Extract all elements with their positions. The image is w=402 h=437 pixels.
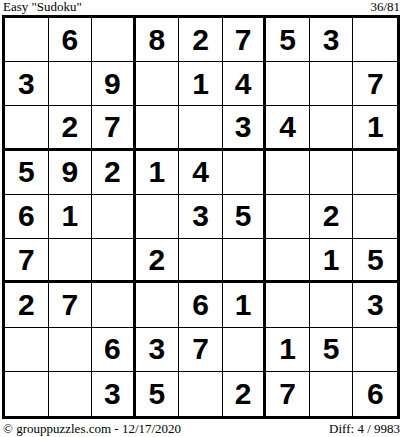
cell-r5c7 bbox=[266, 195, 310, 239]
cell-r4c7 bbox=[266, 151, 310, 195]
cell-r3c5 bbox=[179, 106, 223, 150]
cell-r6c1: 7 bbox=[5, 239, 49, 283]
cell-r9c6: 2 bbox=[223, 372, 267, 416]
cell-r2c8 bbox=[310, 62, 354, 106]
cell-r4c1: 5 bbox=[5, 151, 49, 195]
copyright-text: © grouppuzzles.com - 12/17/2020 bbox=[3, 421, 181, 436]
cell-r3c9: 1 bbox=[353, 106, 397, 150]
difficulty-text: Diff: 4 / 9983 bbox=[329, 421, 400, 436]
cell-r7c3 bbox=[92, 283, 136, 327]
cell-r8c8: 5 bbox=[310, 328, 354, 372]
sudoku-page: Easy "Sudoku" 36/81 68275339147273415921… bbox=[0, 0, 402, 437]
cell-r3c6: 3 bbox=[223, 106, 267, 150]
cell-r6c5 bbox=[179, 239, 223, 283]
cell-r1c5: 2 bbox=[179, 18, 223, 62]
cell-r1c6: 7 bbox=[223, 18, 267, 62]
cell-r6c6 bbox=[223, 239, 267, 283]
cell-r9c5 bbox=[179, 372, 223, 416]
given-counter: 36/81 bbox=[370, 0, 400, 14]
cell-r2c6: 4 bbox=[223, 62, 267, 106]
cell-r5c6: 5 bbox=[223, 195, 267, 239]
cell-r7c6: 1 bbox=[223, 283, 267, 327]
cell-r4c9 bbox=[353, 151, 397, 195]
cell-r6c9: 5 bbox=[353, 239, 397, 283]
cell-r7c8 bbox=[310, 283, 354, 327]
cell-r5c9 bbox=[353, 195, 397, 239]
cell-r7c1: 2 bbox=[5, 283, 49, 327]
header: Easy "Sudoku" 36/81 bbox=[3, 0, 400, 14]
cell-r1c8: 3 bbox=[310, 18, 354, 62]
cell-r2c9: 7 bbox=[353, 62, 397, 106]
cell-r7c5: 6 bbox=[179, 283, 223, 327]
cell-r5c8: 2 bbox=[310, 195, 354, 239]
cell-r8c7: 1 bbox=[266, 328, 310, 372]
cell-r4c6 bbox=[223, 151, 267, 195]
cell-r6c3 bbox=[92, 239, 136, 283]
cell-r1c1 bbox=[5, 18, 49, 62]
cell-r5c3 bbox=[92, 195, 136, 239]
cell-r2c5: 1 bbox=[179, 62, 223, 106]
cell-r3c3: 7 bbox=[92, 106, 136, 150]
cell-r4c2: 9 bbox=[49, 151, 93, 195]
cell-r2c7 bbox=[266, 62, 310, 106]
cell-r8c4: 3 bbox=[136, 328, 180, 372]
cell-r4c5: 4 bbox=[179, 151, 223, 195]
cell-r4c4: 1 bbox=[136, 151, 180, 195]
cell-r5c4 bbox=[136, 195, 180, 239]
cell-r7c7 bbox=[266, 283, 310, 327]
cell-r9c8 bbox=[310, 372, 354, 416]
cell-r2c3: 9 bbox=[92, 62, 136, 106]
cell-r5c5: 3 bbox=[179, 195, 223, 239]
cell-r6c2 bbox=[49, 239, 93, 283]
cell-r6c8: 1 bbox=[310, 239, 354, 283]
cell-r1c3 bbox=[92, 18, 136, 62]
cell-r4c3: 2 bbox=[92, 151, 136, 195]
cell-r8c2 bbox=[49, 328, 93, 372]
cell-r3c2: 2 bbox=[49, 106, 93, 150]
footer: © grouppuzzles.com - 12/17/2020 Diff: 4 … bbox=[3, 421, 400, 436]
cell-r6c4: 2 bbox=[136, 239, 180, 283]
cell-r3c7: 4 bbox=[266, 106, 310, 150]
cell-r1c9 bbox=[353, 18, 397, 62]
cell-r2c1: 3 bbox=[5, 62, 49, 106]
cell-r6c7 bbox=[266, 239, 310, 283]
cell-r8c5: 7 bbox=[179, 328, 223, 372]
cell-r8c9 bbox=[353, 328, 397, 372]
cell-r9c2 bbox=[49, 372, 93, 416]
cell-r1c7: 5 bbox=[266, 18, 310, 62]
puzzle-title: Easy "Sudoku" bbox=[3, 0, 82, 14]
cell-r1c2: 6 bbox=[49, 18, 93, 62]
cell-r8c6 bbox=[223, 328, 267, 372]
cell-r9c3: 3 bbox=[92, 372, 136, 416]
cell-r9c4: 5 bbox=[136, 372, 180, 416]
cell-r9c7: 7 bbox=[266, 372, 310, 416]
cell-r5c1: 6 bbox=[5, 195, 49, 239]
cell-r2c4 bbox=[136, 62, 180, 106]
cell-r7c9: 3 bbox=[353, 283, 397, 327]
cell-r8c3: 6 bbox=[92, 328, 136, 372]
cell-r3c4 bbox=[136, 106, 180, 150]
cell-r3c8 bbox=[310, 106, 354, 150]
cell-r5c2: 1 bbox=[49, 195, 93, 239]
cell-r3c1 bbox=[5, 106, 49, 150]
cell-r8c1 bbox=[5, 328, 49, 372]
cell-r7c2: 7 bbox=[49, 283, 93, 327]
cell-r4c8 bbox=[310, 151, 354, 195]
cell-r7c4 bbox=[136, 283, 180, 327]
sudoku-board: 6827533914727341592146135272152761363715… bbox=[2, 15, 400, 419]
cell-r2c2 bbox=[49, 62, 93, 106]
cell-r9c9: 6 bbox=[353, 372, 397, 416]
cell-r9c1 bbox=[5, 372, 49, 416]
cell-r1c4: 8 bbox=[136, 18, 180, 62]
